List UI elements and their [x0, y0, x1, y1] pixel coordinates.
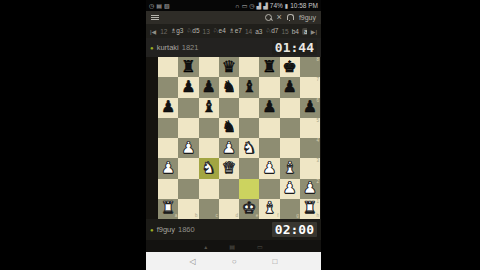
player-rating: 1860: [178, 225, 195, 234]
move-chip[interactable]: b4: [292, 28, 299, 35]
square-e8[interactable]: [239, 57, 259, 77]
android-nav-bar: ◁ ○ □: [146, 252, 321, 270]
move-number: 13: [203, 28, 210, 35]
square-c2[interactable]: [199, 179, 219, 199]
black-king-piece: ♚: [282, 59, 296, 75]
square-d4[interactable]: ♟: [219, 138, 239, 158]
square-h8[interactable]: 8: [300, 57, 320, 77]
signal-icon-2: ▟: [263, 3, 268, 9]
board-coordinate: e: [256, 214, 259, 219]
battery-icon: ▮: [285, 3, 288, 9]
board-coordinate: 1: [316, 200, 319, 205]
white-pawn-piece: ♟: [282, 180, 296, 196]
chess-board: ♜♛♜♚8♟♟♞♝♟7♟♝♟♟6♞5♟♟♞4♟♞♛♟♝3♟♟2♜abcd♚e♝f…: [158, 57, 320, 219]
square-f8[interactable]: ♜: [259, 57, 279, 77]
black-pawn-piece: ♟: [201, 79, 215, 95]
black-queen-piece: ♛: [222, 59, 236, 75]
skip-back-button[interactable]: |◀: [148, 28, 158, 35]
square-c3[interactable]: ♞: [199, 158, 219, 178]
square-h5[interactable]: 5: [300, 118, 320, 138]
square-c5[interactable]: [199, 118, 219, 138]
battery-percent: 74%: [270, 2, 283, 9]
black-pawn-piece: ♟: [282, 79, 296, 95]
move-number: 14: [245, 28, 252, 35]
white-pawn-piece: ♟: [181, 140, 195, 156]
board-coordinate: 6: [316, 99, 319, 104]
move-chip[interactable]: a6: [302, 28, 307, 35]
square-d1[interactable]: d: [219, 199, 239, 219]
white-pawn-piece: ♟: [303, 180, 317, 196]
square-b6[interactable]: [178, 98, 198, 118]
square-d5[interactable]: ♞: [219, 118, 239, 138]
action-bar-icon-1[interactable]: ▴: [204, 243, 207, 250]
player-bar: ● f9guy 1860 02:00: [146, 219, 321, 240]
square-c7[interactable]: ♟: [199, 77, 219, 97]
white-bishop-piece: ♝: [262, 200, 276, 216]
square-h6[interactable]: ♟6: [300, 98, 320, 118]
black-bishop-piece: ♝: [242, 79, 256, 95]
board-coordinate: 3: [316, 159, 319, 164]
board-coordinate: 8: [316, 58, 319, 63]
challenges-icon[interactable]: ×: [277, 13, 282, 22]
square-b7[interactable]: ♟: [178, 77, 198, 97]
square-d2[interactable]: [219, 179, 239, 199]
square-c1[interactable]: c: [199, 199, 219, 219]
white-bishop-piece: ♝: [282, 160, 296, 176]
board-coordinate: 7: [316, 78, 319, 83]
square-f3[interactable]: ♟: [259, 158, 279, 178]
move-number: 12: [160, 28, 167, 35]
white-pawn-piece: ♟: [161, 160, 175, 176]
board-coordinate: h: [316, 214, 319, 219]
player-name[interactable]: f9guy: [157, 225, 175, 234]
square-g2[interactable]: ♟: [280, 179, 300, 199]
game-action-bar: ▴ ▤ ▭: [146, 240, 321, 252]
black-knight-piece: ♞: [222, 79, 236, 95]
white-rook-piece: ♜: [303, 200, 317, 216]
white-pawn-piece: ♟: [222, 140, 236, 156]
search-icon[interactable]: [265, 14, 272, 21]
square-g3[interactable]: ♝: [280, 158, 300, 178]
square-d6[interactable]: [219, 98, 239, 118]
board-coordinate: 2: [316, 180, 319, 185]
black-pawn-piece: ♟: [161, 99, 175, 115]
square-c6[interactable]: ♝: [199, 98, 219, 118]
move-list: 12♗g3♘d513♘e4♗e714a3♘d715b4a6: [160, 27, 307, 35]
android-status-bar: ◷ ▤ ▧ ∩ ▭ ◷ ▟ ▟ 74% ▮ 10:58 PM: [146, 0, 321, 11]
square-b3[interactable]: [178, 158, 198, 178]
black-knight-piece: ♞: [222, 119, 236, 135]
opponent-clock: 01:44: [272, 40, 317, 55]
account-username[interactable]: f9guy: [299, 14, 316, 21]
opponent-bar: ● kurtaki 1821 01:44: [146, 38, 321, 57]
square-a1[interactable]: ♜a: [158, 199, 178, 219]
white-rook-piece: ♜: [161, 200, 175, 216]
square-h1[interactable]: ♜h1: [300, 199, 320, 219]
square-c8[interactable]: [199, 57, 219, 77]
square-a6[interactable]: ♟: [158, 98, 178, 118]
black-pawn-piece: ♟: [303, 99, 317, 115]
square-e2[interactable]: [239, 179, 259, 199]
black-pawn-piece: ♟: [262, 99, 276, 115]
square-a4[interactable]: [158, 138, 178, 158]
square-f5[interactable]: [259, 118, 279, 138]
square-h3[interactable]: 3: [300, 158, 320, 178]
square-b5[interactable]: [178, 118, 198, 138]
square-c4[interactable]: [199, 138, 219, 158]
square-e3[interactable]: [239, 158, 259, 178]
opponent-rating: 1821: [182, 43, 199, 52]
board-coordinate: g: [296, 214, 299, 219]
black-pawn-piece: ♟: [181, 79, 195, 95]
square-h4[interactable]: 4: [300, 138, 320, 158]
player-clock: 02:00: [272, 222, 317, 237]
signal-icon: ▟: [257, 3, 262, 9]
square-b8[interactable]: ♜: [178, 57, 198, 77]
move-chip[interactable]: ♘e4: [213, 27, 226, 35]
bell-icon[interactable]: [287, 14, 294, 20]
black-rook-piece: ♜: [262, 59, 276, 75]
white-queen-piece: ♛: [222, 160, 236, 176]
white-pawn-piece: ♟: [262, 160, 276, 176]
move-chip[interactable]: ♘d7: [265, 27, 278, 35]
square-a5[interactable]: [158, 118, 178, 138]
square-g8[interactable]: ♚: [280, 57, 300, 77]
online-dot: ●: [150, 227, 154, 233]
square-b1[interactable]: b: [178, 199, 198, 219]
square-g6[interactable]: [280, 98, 300, 118]
board-coordinate: c: [216, 214, 218, 219]
square-e6[interactable]: [239, 98, 259, 118]
alarm-icon: ◷: [149, 3, 154, 9]
nav-back-icon[interactable]: ◁: [190, 257, 196, 266]
square-f4[interactable]: [259, 138, 279, 158]
square-f7[interactable]: [259, 77, 279, 97]
square-f2[interactable]: [259, 179, 279, 199]
square-f6[interactable]: ♟: [259, 98, 279, 118]
screenshot-canvas: ◷ ▤ ▧ ∩ ▭ ◷ ▟ ▟ 74% ▮ 10:58 PM × f9guy: [0, 0, 480, 270]
square-a2[interactable]: [158, 179, 178, 199]
square-h2[interactable]: ♟2: [300, 179, 320, 199]
phone-screen: ◷ ▤ ▧ ∩ ▭ ◷ ▟ ▟ 74% ▮ 10:58 PM × f9guy: [146, 0, 321, 270]
sim-icon: ▤: [156, 3, 162, 9]
move-chip[interactable]: ♗g3: [170, 27, 183, 35]
status-left-icons: ◷ ▤ ▧: [149, 3, 170, 9]
move-chip[interactable]: ♘d5: [186, 27, 199, 35]
move-list-bar: |◀ 12♗g3♘d513♘e4♗e714a3♘d715b4a6 ▶|: [146, 24, 321, 38]
square-a8[interactable]: [158, 57, 178, 77]
notification-bell-icon: ∩: [235, 3, 239, 9]
square-d7[interactable]: ♞: [219, 77, 239, 97]
square-e7[interactable]: ♝: [239, 77, 259, 97]
online-dot: ●: [150, 45, 154, 51]
app-toolbar: × f9guy: [146, 11, 321, 24]
square-g5[interactable]: [280, 118, 300, 138]
square-e5[interactable]: [239, 118, 259, 138]
action-bar-icon-3[interactable]: ▭: [257, 243, 263, 250]
move-chip[interactable]: a3: [255, 28, 262, 35]
board-coordinate: b: [195, 214, 198, 219]
board-coordinate: a: [175, 214, 178, 219]
square-g4[interactable]: [280, 138, 300, 158]
action-bar-icon-2[interactable]: ▤: [229, 243, 235, 250]
board-coordinate: d: [235, 214, 238, 219]
board-coordinate: f: [277, 214, 278, 219]
square-e1[interactable]: ♚e: [239, 199, 259, 219]
black-bishop-piece: ♝: [201, 99, 215, 115]
square-f1[interactable]: ♝f: [259, 199, 279, 219]
square-b4[interactable]: ♟: [178, 138, 198, 158]
nav-home-icon[interactable]: ○: [232, 257, 237, 266]
square-b2[interactable]: [178, 179, 198, 199]
square-d3[interactable]: ♛: [219, 158, 239, 178]
square-h7[interactable]: 7: [300, 77, 320, 97]
nav-recents-icon[interactable]: □: [273, 257, 278, 266]
white-knight-piece: ♞: [201, 160, 215, 176]
square-d8[interactable]: ♛: [219, 57, 239, 77]
status-time: 10:58 PM: [290, 2, 318, 9]
square-e4[interactable]: ♞: [239, 138, 259, 158]
board-coordinate: 4: [316, 139, 319, 144]
status-right-icons: ∩ ▭ ◷ ▟ ▟ 74% ▮ 10:58 PM: [235, 2, 318, 9]
board-coordinate: 5: [316, 119, 319, 124]
white-king-piece: ♚: [242, 200, 256, 216]
square-a7[interactable]: [158, 77, 178, 97]
menu-icon[interactable]: [151, 15, 159, 20]
black-rook-piece: ♜: [181, 59, 195, 75]
skip-forward-button[interactable]: ▶|: [309, 28, 319, 35]
square-g7[interactable]: ♟: [280, 77, 300, 97]
data-usage-icon: ▧: [164, 3, 170, 9]
message-icon: ▭: [242, 3, 248, 9]
square-a3[interactable]: ♟: [158, 158, 178, 178]
move-number: 15: [281, 28, 288, 35]
white-knight-piece: ♞: [242, 140, 256, 156]
square-g1[interactable]: g: [280, 199, 300, 219]
opponent-name[interactable]: kurtaki: [157, 43, 179, 52]
clock-icon: ◷: [249, 3, 254, 9]
move-chip[interactable]: ♗e7: [229, 27, 242, 35]
